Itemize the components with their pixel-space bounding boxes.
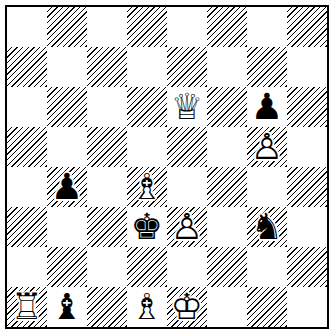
white-pawn-outline: ♙ xyxy=(247,127,287,167)
square-a8[interactable] xyxy=(7,7,47,47)
square-d1[interactable]: ♝♗ xyxy=(127,287,167,327)
piece-white-bishop[interactable]: ♝♗ xyxy=(127,287,167,327)
black-pawn-silhouette: ♟ xyxy=(47,167,87,207)
square-g1[interactable] xyxy=(247,287,287,327)
black-bishop-silhouette: ♝ xyxy=(47,287,87,327)
white-bishop-outline: ♗ xyxy=(127,167,167,207)
square-f4[interactable] xyxy=(207,167,247,207)
square-e2[interactable] xyxy=(167,247,207,287)
square-f2[interactable] xyxy=(207,247,247,287)
piece-white-bishop[interactable]: ♝♗ xyxy=(127,167,167,207)
square-b8[interactable] xyxy=(47,7,87,47)
square-e8[interactable] xyxy=(167,7,207,47)
square-h2[interactable] xyxy=(287,247,327,287)
square-f8[interactable] xyxy=(207,7,247,47)
square-a3[interactable] xyxy=(7,207,47,247)
white-queen-outline: ♕ xyxy=(167,87,207,127)
square-f5[interactable] xyxy=(207,127,247,167)
diagram-background: ♛♕♟♟♙♟♝♗♚♟♙♞♜♖♝♝♗♚♔ xyxy=(0,0,332,332)
piece-white-pawn[interactable]: ♟♙ xyxy=(247,127,287,167)
square-h7[interactable] xyxy=(287,47,327,87)
white-bishop-outline: ♗ xyxy=(127,287,167,327)
square-h3[interactable] xyxy=(287,207,327,247)
square-e1[interactable]: ♚♔ xyxy=(167,287,207,327)
square-c2[interactable] xyxy=(87,247,127,287)
square-e5[interactable] xyxy=(167,127,207,167)
white-pawn-outline: ♙ xyxy=(167,207,207,247)
square-a1[interactable]: ♜♖ xyxy=(7,287,47,327)
square-f6[interactable] xyxy=(207,87,247,127)
square-e4[interactable] xyxy=(167,167,207,207)
square-c8[interactable] xyxy=(87,7,127,47)
square-c3[interactable] xyxy=(87,207,127,247)
black-pawn-silhouette: ♟ xyxy=(247,87,287,127)
square-g3[interactable]: ♞ xyxy=(247,207,287,247)
square-g6[interactable]: ♟ xyxy=(247,87,287,127)
square-d5[interactable] xyxy=(127,127,167,167)
square-h4[interactable] xyxy=(287,167,327,207)
square-f7[interactable] xyxy=(207,47,247,87)
square-b4[interactable]: ♟ xyxy=(47,167,87,207)
square-b1[interactable]: ♝ xyxy=(47,287,87,327)
square-c1[interactable] xyxy=(87,287,127,327)
square-d8[interactable] xyxy=(127,7,167,47)
square-d6[interactable] xyxy=(127,87,167,127)
square-a5[interactable] xyxy=(7,127,47,167)
piece-white-king[interactable]: ♚♔ xyxy=(167,287,207,327)
piece-white-rook[interactable]: ♜♖ xyxy=(7,287,47,327)
square-b6[interactable] xyxy=(47,87,87,127)
square-b7[interactable] xyxy=(47,47,87,87)
square-g7[interactable] xyxy=(247,47,287,87)
square-e3[interactable]: ♟♙ xyxy=(167,207,207,247)
square-h1[interactable] xyxy=(287,287,327,327)
square-f1[interactable] xyxy=(207,287,247,327)
square-e6[interactable]: ♛♕ xyxy=(167,87,207,127)
square-g2[interactable] xyxy=(247,247,287,287)
square-f3[interactable] xyxy=(207,207,247,247)
square-h8[interactable] xyxy=(287,7,327,47)
white-rook-outline: ♖ xyxy=(7,287,47,327)
square-c6[interactable] xyxy=(87,87,127,127)
piece-white-queen[interactable]: ♛♕ xyxy=(167,87,207,127)
black-king-silhouette: ♚ xyxy=(127,207,167,247)
square-d7[interactable] xyxy=(127,47,167,87)
square-c5[interactable] xyxy=(87,127,127,167)
black-knight-silhouette: ♞ xyxy=(247,207,287,247)
square-b3[interactable] xyxy=(47,207,87,247)
square-h5[interactable] xyxy=(287,127,327,167)
square-a4[interactable] xyxy=(7,167,47,207)
square-a2[interactable] xyxy=(7,247,47,287)
piece-black-pawn[interactable]: ♟ xyxy=(47,167,87,207)
square-h6[interactable] xyxy=(287,87,327,127)
piece-black-king[interactable]: ♚ xyxy=(127,207,167,247)
square-a6[interactable] xyxy=(7,87,47,127)
white-king-outline: ♔ xyxy=(167,287,207,327)
square-b5[interactable] xyxy=(47,127,87,167)
piece-black-bishop[interactable]: ♝ xyxy=(47,287,87,327)
square-d3[interactable]: ♚ xyxy=(127,207,167,247)
piece-black-pawn[interactable]: ♟ xyxy=(247,87,287,127)
square-a7[interactable] xyxy=(7,47,47,87)
chess-board: ♛♕♟♟♙♟♝♗♚♟♙♞♜♖♝♝♗♚♔ xyxy=(5,5,329,329)
square-d4[interactable]: ♝♗ xyxy=(127,167,167,207)
square-g8[interactable] xyxy=(247,7,287,47)
square-c7[interactable] xyxy=(87,47,127,87)
piece-white-pawn[interactable]: ♟♙ xyxy=(167,207,207,247)
square-b2[interactable] xyxy=(47,247,87,287)
square-d2[interactable] xyxy=(127,247,167,287)
piece-black-knight[interactable]: ♞ xyxy=(247,207,287,247)
square-g5[interactable]: ♟♙ xyxy=(247,127,287,167)
square-e7[interactable] xyxy=(167,47,207,87)
square-g4[interactable] xyxy=(247,167,287,207)
square-c4[interactable] xyxy=(87,167,127,207)
